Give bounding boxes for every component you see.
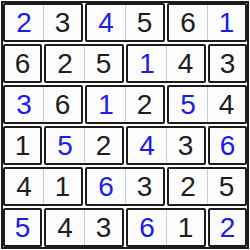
cage-r5s2: 63 [85, 167, 165, 206]
cell-r1c4[interactable]: 5 [125, 5, 163, 40]
cage-r1s1: 23 [3, 3, 83, 42]
cage-r1s3: 61 [167, 3, 247, 42]
puzzle-board: 234561625143361254152436416325543612 [1, 1, 249, 249]
cell-r2c4[interactable]: 1 [128, 46, 166, 81]
cell-r1c2[interactable]: 3 [43, 5, 81, 40]
cell-r6c2[interactable]: 4 [46, 210, 84, 245]
cell-r1c5[interactable]: 6 [169, 5, 207, 40]
cage-r3s3: 54 [167, 85, 247, 124]
cage-r2s4: 3 [208, 44, 247, 83]
cell-r5c1[interactable]: 4 [5, 169, 43, 204]
cell-r2c3[interactable]: 5 [84, 46, 122, 81]
cell-r5c2[interactable]: 1 [43, 169, 81, 204]
cell-r4c2[interactable]: 5 [46, 128, 84, 163]
cell-r6c6[interactable]: 2 [210, 210, 245, 245]
cell-r1c6[interactable]: 1 [207, 5, 245, 40]
cell-r3c3[interactable]: 1 [87, 87, 125, 122]
cell-r3c6[interactable]: 4 [207, 87, 245, 122]
cell-r3c5[interactable]: 5 [169, 87, 207, 122]
cell-r6c5[interactable]: 1 [166, 210, 204, 245]
cage-r6s2: 43 [44, 208, 124, 247]
cage-r3s1: 36 [3, 85, 83, 124]
cell-r2c1[interactable]: 6 [5, 46, 40, 81]
cell-r5c3[interactable]: 6 [87, 169, 125, 204]
cage-r4s2: 52 [44, 126, 124, 165]
cage-r4s1: 1 [3, 126, 42, 165]
cell-r1c3[interactable]: 4 [87, 5, 125, 40]
cage-r2s1: 6 [3, 44, 42, 83]
cage-r2s2: 25 [44, 44, 124, 83]
cage-r4s4: 6 [208, 126, 247, 165]
cage-r1s2: 45 [85, 3, 165, 42]
cell-r6c1[interactable]: 5 [5, 210, 40, 245]
cell-r4c5[interactable]: 3 [166, 128, 204, 163]
cage-r2s3: 14 [126, 44, 206, 83]
cage-r3s2: 12 [85, 85, 165, 124]
cage-r6s3: 61 [126, 208, 206, 247]
cage-r5s1: 41 [3, 167, 83, 206]
cell-r6c4[interactable]: 6 [128, 210, 166, 245]
cell-r2c6[interactable]: 3 [210, 46, 245, 81]
cell-r1c1[interactable]: 2 [5, 5, 43, 40]
cell-r6c3[interactable]: 3 [84, 210, 122, 245]
cell-r4c3[interactable]: 2 [84, 128, 122, 163]
cell-r5c4[interactable]: 3 [125, 169, 163, 204]
cell-r2c2[interactable]: 2 [46, 46, 84, 81]
cell-r3c4[interactable]: 2 [125, 87, 163, 122]
cell-r4c6[interactable]: 6 [210, 128, 245, 163]
cell-r3c1[interactable]: 3 [5, 87, 43, 122]
cell-r2c5[interactable]: 4 [166, 46, 204, 81]
cage-r5s3: 25 [167, 167, 247, 206]
cage-r6s1: 5 [3, 208, 42, 247]
cell-r4c4[interactable]: 4 [128, 128, 166, 163]
cell-r5c5[interactable]: 2 [169, 169, 207, 204]
cage-r6s4: 2 [208, 208, 247, 247]
cell-r5c6[interactable]: 5 [207, 169, 245, 204]
cell-r4c1[interactable]: 1 [5, 128, 40, 163]
cell-r3c2[interactable]: 6 [43, 87, 81, 122]
cage-r4s3: 43 [126, 126, 206, 165]
